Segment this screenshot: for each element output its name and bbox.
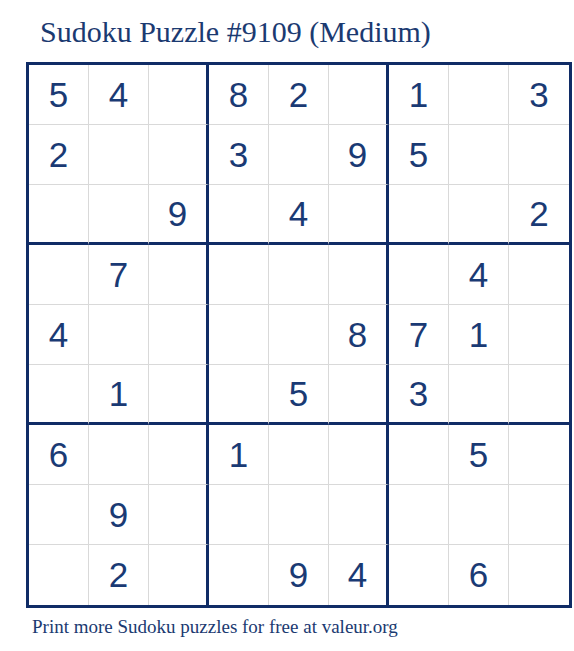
puzzle-title: Sudoku Puzzle #9109 (Medium) — [40, 15, 431, 48]
cell-r4c9 — [509, 245, 569, 305]
cell-r4c7 — [389, 245, 449, 305]
cell-r3c4 — [209, 185, 269, 245]
cell-r5c2 — [89, 305, 149, 365]
cell-r7c2 — [89, 425, 149, 485]
cell-r6c3 — [149, 365, 209, 425]
cell-r8c4 — [209, 485, 269, 545]
cell-r6c7: 3 — [389, 365, 449, 425]
cell-r9c9 — [509, 545, 569, 605]
cell-r8c5 — [269, 485, 329, 545]
cell-r2c3 — [149, 125, 209, 185]
cell-r5c1: 4 — [29, 305, 89, 365]
cell-r5c6: 8 — [329, 305, 389, 365]
cell-r9c6: 4 — [329, 545, 389, 605]
cell-r4c3 — [149, 245, 209, 305]
cell-r5c3 — [149, 305, 209, 365]
cell-r3c1 — [29, 185, 89, 245]
cell-r8c9 — [509, 485, 569, 545]
cell-r6c8 — [449, 365, 509, 425]
cell-r7c6 — [329, 425, 389, 485]
cell-r2c2 — [89, 125, 149, 185]
cell-r9c2: 2 — [89, 545, 149, 605]
cell-r1c9: 3 — [509, 65, 569, 125]
cell-r9c8: 6 — [449, 545, 509, 605]
cell-r6c1 — [29, 365, 89, 425]
cell-r3c3: 9 — [149, 185, 209, 245]
cell-r2c6: 9 — [329, 125, 389, 185]
cell-r1c5: 2 — [269, 65, 329, 125]
cell-r3c5: 4 — [269, 185, 329, 245]
cell-r6c2: 1 — [89, 365, 149, 425]
cell-r4c8: 4 — [449, 245, 509, 305]
cell-r5c9 — [509, 305, 569, 365]
cell-r1c8 — [449, 65, 509, 125]
cell-r9c4 — [209, 545, 269, 605]
cell-r2c7: 5 — [389, 125, 449, 185]
cell-r5c4 — [209, 305, 269, 365]
cell-r6c6 — [329, 365, 389, 425]
cell-r6c4 — [209, 365, 269, 425]
cell-r8c2: 9 — [89, 485, 149, 545]
cell-r7c5 — [269, 425, 329, 485]
cell-r9c3 — [149, 545, 209, 605]
cell-r8c1 — [29, 485, 89, 545]
cell-r6c5: 5 — [269, 365, 329, 425]
cell-r1c7: 1 — [389, 65, 449, 125]
cell-r4c6 — [329, 245, 389, 305]
sudoku-page: Sudoku Puzzle #9109 (Medium) 54821323959… — [0, 0, 574, 651]
cell-r1c1: 5 — [29, 65, 89, 125]
cell-r1c4: 8 — [209, 65, 269, 125]
cell-r3c7 — [389, 185, 449, 245]
cell-r5c8: 1 — [449, 305, 509, 365]
cell-r7c4: 1 — [209, 425, 269, 485]
cell-r4c2: 7 — [89, 245, 149, 305]
cell-r7c9 — [509, 425, 569, 485]
cell-r8c7 — [389, 485, 449, 545]
cell-r7c7 — [389, 425, 449, 485]
cell-r8c6 — [329, 485, 389, 545]
cell-r9c7 — [389, 545, 449, 605]
cell-r1c6 — [329, 65, 389, 125]
cell-r2c8 — [449, 125, 509, 185]
cell-r3c9: 2 — [509, 185, 569, 245]
footer-text: Print more Sudoku puzzles for free at va… — [32, 617, 398, 638]
cell-r7c3 — [149, 425, 209, 485]
sudoku-board: 548213239594274487115361592946 — [26, 62, 572, 608]
cell-r3c2 — [89, 185, 149, 245]
cell-r4c5 — [269, 245, 329, 305]
cell-r9c1 — [29, 545, 89, 605]
cell-r3c6 — [329, 185, 389, 245]
cell-r7c8: 5 — [449, 425, 509, 485]
cell-r8c3 — [149, 485, 209, 545]
cell-r4c1 — [29, 245, 89, 305]
cell-r1c2: 4 — [89, 65, 149, 125]
cell-r9c5: 9 — [269, 545, 329, 605]
cell-r4c4 — [209, 245, 269, 305]
cell-r2c9 — [509, 125, 569, 185]
cell-r5c5 — [269, 305, 329, 365]
cell-r5c7: 7 — [389, 305, 449, 365]
cell-r2c4: 3 — [209, 125, 269, 185]
cell-r7c1: 6 — [29, 425, 89, 485]
cell-r1c3 — [149, 65, 209, 125]
cell-r3c8 — [449, 185, 509, 245]
cell-r6c9 — [509, 365, 569, 425]
cell-r2c5 — [269, 125, 329, 185]
cell-r8c8 — [449, 485, 509, 545]
cell-r2c1: 2 — [29, 125, 89, 185]
